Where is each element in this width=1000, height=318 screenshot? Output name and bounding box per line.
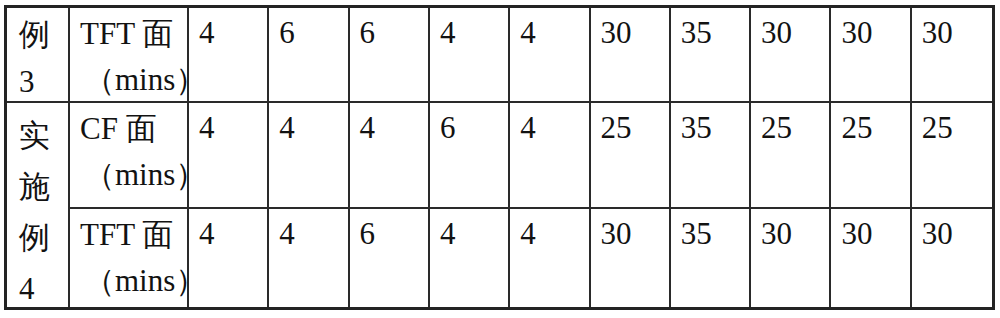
value-cell: 30 [591,209,671,307]
value-cell: 4 [510,103,590,209]
surface-label-line1: TFT 面 [80,11,187,57]
value-cell: 4 [189,103,269,209]
value-cell: 6 [350,209,430,307]
row-label-tft-surface: TFT 面 （mins） [70,8,189,103]
value-cell: 35 [671,209,751,307]
value-cell: 25 [751,103,831,209]
value-cell: 25 [912,103,992,209]
group-label-line: 施 [19,161,68,212]
group-label-line: 3 [19,58,68,103]
row-group-label-example-4: 实 施 例 4 [7,103,70,307]
surface-label-line2: （mins） [80,258,187,304]
value-cell: 25 [831,103,911,209]
value-cell: 4 [189,8,269,103]
value-cell: 25 [591,103,671,209]
value-cell: 30 [591,8,671,103]
value-cell: 6 [269,8,349,103]
row-label-tft-surface: TFT 面 （mins） [70,209,189,307]
value-cell: 4 [189,209,269,307]
value-cell: 35 [671,8,751,103]
value-cell: 4 [510,8,590,103]
document-page: 例 3 TFT 面 （mins） 4 6 6 4 4 30 35 30 30 3… [0,0,1000,318]
row-group-label-example-3: 例 3 [7,8,70,103]
group-label-line: 4 [19,263,68,307]
value-cell: 35 [671,103,751,209]
value-cell: 6 [430,103,510,209]
value-cell: 4 [269,103,349,209]
group-label-line: 例 [19,212,68,263]
value-cell: 4 [510,209,590,307]
value-cell: 30 [912,209,992,307]
value-cell: 30 [831,8,911,103]
surface-label-line1: CF 面 [80,106,187,152]
value-cell: 30 [751,8,831,103]
process-time-table: 例 3 TFT 面 （mins） 4 6 6 4 4 30 35 30 30 3… [4,5,995,310]
value-cell: 30 [751,209,831,307]
value-cell: 4 [430,8,510,103]
value-cell: 4 [430,209,510,307]
value-cell: 4 [350,103,430,209]
row-label-cf-surface: CF 面 （mins） [70,103,189,209]
group-label-line: 例 [19,11,68,58]
value-cell: 4 [269,209,349,307]
value-cell: 30 [912,8,992,103]
value-cell: 6 [350,8,430,103]
value-cell: 30 [831,209,911,307]
surface-label-line2: （mins） [80,57,187,103]
group-label-line: 实 [19,110,68,161]
surface-label-line1: TFT 面 [80,212,187,258]
surface-label-line2: （mins） [80,152,187,198]
